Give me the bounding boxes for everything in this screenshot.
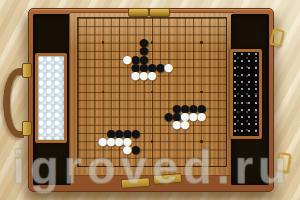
clasp-bottom-right: [276, 152, 292, 173]
star-point: [102, 91, 104, 93]
go-case: ●●●●●●●●●●●●●●●●●●●●●●●●●●●●●●●●●●: [28, 8, 274, 192]
star-point: [151, 41, 153, 43]
carry-handle: [3, 68, 24, 138]
star-point: [200, 140, 202, 142]
star-point: [151, 91, 153, 93]
clasp-top-right: [269, 28, 285, 47]
black-stone: ●: [132, 146, 140, 154]
bottom-latch-plate-left: [121, 177, 151, 189]
star-point: [151, 140, 153, 142]
stones-layer: ●●●●●●●●●●●●●●●●●●●●●●●●●●●●●●●●●●: [74, 14, 230, 170]
black-stone-tray: [230, 49, 262, 139]
right-felt-panel: [231, 14, 269, 185]
bottom-latch-plate-right: [153, 173, 183, 185]
white-stone: ●: [197, 113, 205, 121]
white-stone: ●: [148, 72, 156, 80]
left-felt-panel: [33, 14, 71, 185]
handle-mount-top: [22, 63, 32, 78]
top-hinge-plate-left: [128, 8, 149, 17]
star-point: [102, 41, 104, 43]
black-stone: ●: [132, 129, 140, 137]
star-point: [200, 91, 202, 93]
go-board: ●●●●●●●●●●●●●●●●●●●●●●●●●●●●●●●●●●: [69, 12, 235, 176]
handle-mount-bottom: [22, 121, 32, 136]
star-point: [200, 41, 202, 43]
white-stone-tray: [35, 53, 67, 143]
white-stone: ●: [123, 146, 131, 154]
floor-background: ●●●●●●●●●●●●●●●●●●●●●●●●●●●●●●●●●● igrov…: [0, 0, 300, 200]
white-stone: ●: [123, 55, 131, 63]
white-stone: ●: [181, 121, 189, 129]
top-hinge-plate-right: [149, 8, 170, 17]
white-stone: ●: [165, 63, 173, 71]
